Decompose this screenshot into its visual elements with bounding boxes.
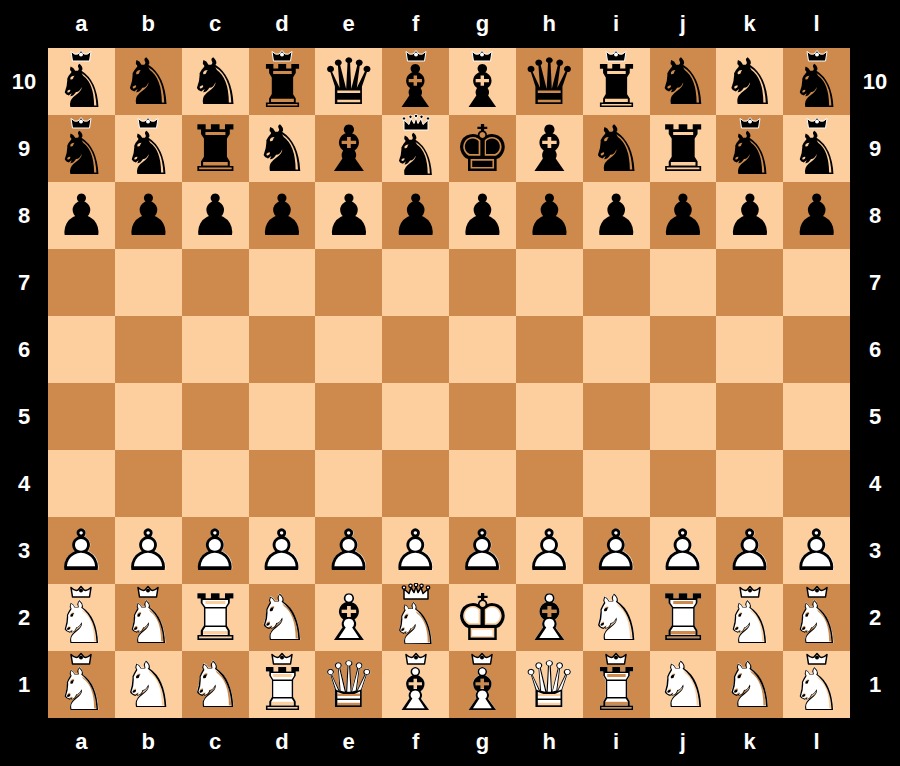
square-c9[interactable]: ♜ (182, 115, 249, 182)
square-f10[interactable]: ♝ (382, 48, 449, 115)
piece-glyph: ♛ (516, 48, 583, 115)
square-c7[interactable] (182, 249, 249, 316)
crown-icon (804, 585, 830, 598)
square-e9[interactable]: ♝ (315, 115, 382, 182)
white-pawn[interactable]: ♟♙ (449, 517, 516, 584)
square-f8[interactable]: ♟ (382, 182, 449, 249)
white-knight[interactable]: ♞♘ (583, 584, 650, 651)
file-labels-bottom: abcdefghijkl (48, 718, 850, 766)
square-c5[interactable] (182, 383, 249, 450)
rank-label-5: 5 (0, 383, 48, 450)
square-h8[interactable]: ♟ (516, 182, 583, 249)
white-knight[interactable]: ♞♘ (249, 584, 316, 651)
square-k5[interactable] (716, 383, 783, 450)
black-knight[interactable]: ♞ (182, 48, 249, 115)
square-e10[interactable]: ♛ (315, 48, 382, 115)
square-k10[interactable]: ♞ (716, 48, 783, 115)
square-k8[interactable]: ♟ (716, 182, 783, 249)
square-a2[interactable]: ♞♘ (48, 584, 115, 651)
piece-outline-glyph: ♖ (251, 659, 312, 721)
square-a3[interactable]: ♟♙ (48, 517, 115, 584)
white-pawn[interactable]: ♟♙ (115, 517, 182, 584)
piece-glyph: ♟ (382, 182, 449, 249)
square-f3[interactable]: ♟♙ (382, 517, 449, 584)
black-pawn[interactable]: ♟ (650, 182, 717, 249)
black-crowned-bishop[interactable]: ♝ (382, 48, 449, 115)
rank-label-5: 5 (850, 383, 900, 450)
square-j3[interactable]: ♟♙ (650, 517, 717, 584)
piece-outline-glyph: ♙ (315, 517, 382, 584)
piece-outline-glyph: ♙ (583, 517, 650, 584)
square-i5[interactable] (583, 383, 650, 450)
square-i7[interactable] (583, 249, 650, 316)
piece-outline-glyph: ♘ (51, 659, 112, 721)
black-knight[interactable]: ♞ (249, 115, 316, 182)
square-k9[interactable]: ♞ (716, 115, 783, 182)
file-label-k: k (716, 0, 783, 48)
piece-outline-glyph: ♔ (449, 584, 516, 651)
square-i10[interactable]: ♜ (583, 48, 650, 115)
square-b4[interactable] (115, 450, 182, 517)
white-knight[interactable]: ♞♘ (182, 651, 249, 718)
crown-icon (804, 116, 830, 129)
square-j8[interactable]: ♟ (650, 182, 717, 249)
white-crowned-knight[interactable]: ♞♘ (783, 651, 850, 718)
square-i3[interactable]: ♟♙ (583, 517, 650, 584)
black-pawn[interactable]: ♟ (382, 182, 449, 249)
piece-glyph: ♝ (452, 56, 513, 118)
file-label-a: a (48, 0, 115, 48)
square-g2[interactable]: ♚♔ (449, 584, 516, 651)
square-a4[interactable] (48, 450, 115, 517)
square-j2[interactable]: ♜♖ (650, 584, 717, 651)
white-pawn[interactable]: ♟♙ (382, 517, 449, 584)
square-k6[interactable] (716, 316, 783, 383)
square-e4[interactable] (315, 450, 382, 517)
crown-icon (403, 49, 429, 62)
white-knight[interactable]: ♞♘ (115, 651, 182, 718)
piece-outline-glyph: ♙ (115, 517, 182, 584)
piece-outline-glyph: ♖ (182, 584, 249, 651)
square-e6[interactable] (315, 316, 382, 383)
square-a10[interactable]: ♞ (48, 48, 115, 115)
piece-glyph: ♟ (583, 182, 650, 249)
rank-label-10: 10 (0, 48, 48, 115)
square-a8[interactable]: ♟ (48, 182, 115, 249)
square-g9[interactable]: ♚ (449, 115, 516, 182)
square-h2[interactable]: ♝♗ (516, 584, 583, 651)
piece-glyph: ♞ (719, 123, 780, 185)
square-l10[interactable]: ♞ (783, 48, 850, 115)
black-knight[interactable]: ♞ (115, 48, 182, 115)
rank-label-4: 4 (0, 450, 48, 517)
white-knight[interactable]: ♞♘ (650, 651, 717, 718)
square-i4[interactable] (583, 450, 650, 517)
piece-glyph: ♞ (182, 48, 249, 115)
square-j1[interactable]: ♞♘ (650, 651, 717, 718)
square-f4[interactable] (382, 450, 449, 517)
black-pawn[interactable]: ♟ (583, 182, 650, 249)
file-label-l: l (783, 0, 850, 48)
black-crowned-bishop[interactable]: ♝ (449, 48, 516, 115)
black-crowned-rook[interactable]: ♜ (583, 48, 650, 115)
square-k7[interactable] (716, 249, 783, 316)
white-crowned-knight[interactable]: ♞♘ (48, 651, 115, 718)
square-g3[interactable]: ♟♙ (449, 517, 516, 584)
square-d6[interactable] (249, 316, 316, 383)
piece-glyph: ♚ (449, 115, 516, 182)
square-j4[interactable] (650, 450, 717, 517)
file-label-d: d (249, 718, 316, 766)
square-d10[interactable]: ♜ (249, 48, 316, 115)
square-d4[interactable] (249, 450, 316, 517)
white-rook[interactable]: ♜♖ (650, 584, 717, 651)
square-d9[interactable]: ♞ (249, 115, 316, 182)
crown-icon (68, 116, 94, 129)
square-k3[interactable]: ♟♙ (716, 517, 783, 584)
square-l2[interactable]: ♞♘ (783, 584, 850, 651)
square-l8[interactable]: ♟ (783, 182, 850, 249)
square-e3[interactable]: ♟♙ (315, 517, 382, 584)
white-crowned-rook[interactable]: ♜♖ (583, 651, 650, 718)
piece-glyph: ♞ (583, 115, 650, 182)
square-i6[interactable] (583, 316, 650, 383)
black-queen[interactable]: ♛ (516, 48, 583, 115)
white-queen[interactable]: ♛♕ (516, 651, 583, 718)
piece-outline-glyph: ♙ (516, 517, 583, 584)
piece-outline-glyph: ♙ (650, 517, 717, 584)
square-b9[interactable]: ♞ (115, 115, 182, 182)
board: ♞♞♞♜♛♝♝♛♜♞♞♞♞♞♜♞♝♞♚♝♞♜♞♞♟♟♟♟♟♟♟♟♟♟♟♟♟♙♟♙… (48, 48, 850, 718)
piece-glyph: ♟ (716, 182, 783, 249)
square-l1[interactable]: ♞♘ (783, 651, 850, 718)
rank-label-1: 1 (0, 651, 48, 718)
piece-glyph: ♞ (385, 124, 445, 184)
file-label-e: e (315, 0, 382, 48)
square-g6[interactable] (449, 316, 516, 383)
black-pawn[interactable]: ♟ (315, 182, 382, 249)
piece-outline-glyph: ♘ (51, 592, 112, 654)
piece-glyph: ♞ (115, 48, 182, 115)
crown-icon (269, 652, 295, 665)
white-crowned-knight[interactable]: ♞♘ (783, 584, 850, 651)
square-k1[interactable]: ♞♘ (716, 651, 783, 718)
square-g8[interactable]: ♟ (449, 182, 516, 249)
square-e1[interactable]: ♛♕ (315, 651, 382, 718)
black-pawn[interactable]: ♟ (716, 182, 783, 249)
rank-labels-left: 10987654321 (0, 48, 48, 718)
white-pawn[interactable]: ♟♙ (182, 517, 249, 584)
white-pawn[interactable]: ♟♙ (315, 517, 382, 584)
square-j5[interactable] (650, 383, 717, 450)
rank-label-8: 8 (0, 182, 48, 249)
square-h4[interactable] (516, 450, 583, 517)
white-bishop[interactable]: ♝♗ (315, 584, 382, 651)
piece-outline-glyph: ♙ (783, 517, 850, 584)
black-pawn[interactable]: ♟ (115, 182, 182, 249)
piece-glyph: ♞ (51, 56, 112, 118)
square-l5[interactable] (783, 383, 850, 450)
rank-label-6: 6 (850, 316, 900, 383)
square-g4[interactable] (449, 450, 516, 517)
black-king[interactable]: ♚ (449, 115, 516, 182)
piece-outline-glyph: ♖ (585, 659, 646, 721)
rank-label-1: 1 (850, 651, 900, 718)
square-b3[interactable]: ♟♙ (115, 517, 182, 584)
black-rook[interactable]: ♜ (182, 115, 249, 182)
queen-crown-icon (399, 583, 433, 600)
black-crowned-knight[interactable]: ♞ (783, 48, 850, 115)
rank-label-9: 9 (0, 115, 48, 182)
piece-outline-glyph: ♘ (249, 584, 316, 651)
white-pawn[interactable]: ♟♙ (583, 517, 650, 584)
white-crowned-rook[interactable]: ♜♖ (249, 651, 316, 718)
piece-outline-glyph: ♘ (583, 584, 650, 651)
piece-glyph: ♟ (650, 182, 717, 249)
square-f9[interactable]: ♞ (382, 115, 449, 182)
file-label-g: g (449, 718, 516, 766)
file-label-e: e (315, 718, 382, 766)
white-amazon[interactable]: ♞♘ (382, 584, 449, 651)
square-c2[interactable]: ♜♖ (182, 584, 249, 651)
square-b8[interactable]: ♟ (115, 182, 182, 249)
black-bishop[interactable]: ♝ (315, 115, 382, 182)
square-h1[interactable]: ♛♕ (516, 651, 583, 718)
square-h6[interactable] (516, 316, 583, 383)
square-c8[interactable]: ♟ (182, 182, 249, 249)
square-j10[interactable]: ♞ (650, 48, 717, 115)
piece-glyph: ♞ (786, 123, 847, 185)
file-label-h: h (516, 0, 583, 48)
piece-glyph: ♜ (650, 115, 717, 182)
square-e7[interactable] (315, 249, 382, 316)
black-pawn[interactable]: ♟ (516, 182, 583, 249)
piece-outline-glyph: ♘ (786, 659, 847, 721)
crown-icon (68, 652, 94, 665)
piece-outline-glyph: ♘ (716, 651, 783, 718)
piece-outline-glyph: ♘ (115, 651, 182, 718)
crown-icon (804, 49, 830, 62)
piece-glyph: ♜ (182, 115, 249, 182)
piece-outline-glyph: ♕ (315, 651, 382, 718)
square-d1[interactable]: ♜♖ (249, 651, 316, 718)
black-queen[interactable]: ♛ (315, 48, 382, 115)
square-a1[interactable]: ♞♘ (48, 651, 115, 718)
piece-outline-glyph: ♕ (516, 651, 583, 718)
square-d5[interactable] (249, 383, 316, 450)
piece-outline-glyph: ♗ (516, 584, 583, 651)
square-f6[interactable] (382, 316, 449, 383)
black-pawn[interactable]: ♟ (48, 182, 115, 249)
rank-labels-right: 10987654321 (850, 48, 900, 718)
square-e8[interactable]: ♟ (315, 182, 382, 249)
square-j6[interactable] (650, 316, 717, 383)
piece-outline-glyph: ♙ (182, 517, 249, 584)
square-d3[interactable]: ♟♙ (249, 517, 316, 584)
square-g10[interactable]: ♝ (449, 48, 516, 115)
square-b5[interactable] (115, 383, 182, 450)
piece-outline-glyph: ♘ (650, 651, 717, 718)
file-label-c: c (182, 0, 249, 48)
square-b6[interactable] (115, 316, 182, 383)
square-i9[interactable]: ♞ (583, 115, 650, 182)
square-a5[interactable] (48, 383, 115, 450)
piece-outline-glyph: ♘ (118, 592, 179, 654)
black-crowned-knight[interactable]: ♞ (48, 115, 115, 182)
black-pawn[interactable]: ♟ (182, 182, 249, 249)
square-l3[interactable]: ♟♙ (783, 517, 850, 584)
square-c6[interactable] (182, 316, 249, 383)
crown-icon (135, 116, 161, 129)
square-f5[interactable] (382, 383, 449, 450)
square-b2[interactable]: ♞♘ (115, 584, 182, 651)
square-h5[interactable] (516, 383, 583, 450)
piece-glyph: ♟ (115, 182, 182, 249)
white-pawn[interactable]: ♟♙ (783, 517, 850, 584)
square-e5[interactable] (315, 383, 382, 450)
square-i2[interactable]: ♞♘ (583, 584, 650, 651)
white-crowned-knight[interactable]: ♞♘ (48, 584, 115, 651)
square-e2[interactable]: ♝♗ (315, 584, 382, 651)
square-b1[interactable]: ♞♘ (115, 651, 182, 718)
piece-glyph: ♜ (251, 56, 312, 118)
rank-label-2: 2 (850, 584, 900, 651)
piece-glyph: ♜ (585, 56, 646, 118)
square-a6[interactable] (48, 316, 115, 383)
white-pawn[interactable]: ♟♙ (650, 517, 717, 584)
black-bishop[interactable]: ♝ (516, 115, 583, 182)
square-a9[interactable]: ♞ (48, 115, 115, 182)
square-k2[interactable]: ♞♘ (716, 584, 783, 651)
black-pawn[interactable]: ♟ (783, 182, 850, 249)
rank-label-4: 4 (850, 450, 900, 517)
square-g7[interactable] (449, 249, 516, 316)
white-pawn[interactable]: ♟♙ (516, 517, 583, 584)
square-j9[interactable]: ♜ (650, 115, 717, 182)
square-j7[interactable] (650, 249, 717, 316)
square-f1[interactable]: ♝♗ (382, 651, 449, 718)
black-crowned-knight[interactable]: ♞ (783, 115, 850, 182)
black-amazon[interactable]: ♞ (382, 115, 449, 182)
piece-glyph: ♝ (516, 115, 583, 182)
square-l7[interactable] (783, 249, 850, 316)
square-l6[interactable] (783, 316, 850, 383)
black-crowned-knight[interactable]: ♞ (115, 115, 182, 182)
file-label-i: i (583, 0, 650, 48)
piece-glyph: ♞ (249, 115, 316, 182)
black-knight[interactable]: ♞ (716, 48, 783, 115)
white-knight[interactable]: ♞♘ (716, 651, 783, 718)
piece-glyph: ♟ (516, 182, 583, 249)
crown-icon (603, 652, 629, 665)
white-crowned-bishop[interactable]: ♝♗ (449, 651, 516, 718)
square-k4[interactable] (716, 450, 783, 517)
piece-glyph: ♟ (783, 182, 850, 249)
white-queen[interactable]: ♛♕ (315, 651, 382, 718)
white-bishop[interactable]: ♝♗ (516, 584, 583, 651)
white-crowned-knight[interactable]: ♞♘ (115, 584, 182, 651)
black-pawn[interactable]: ♟ (449, 182, 516, 249)
file-label-b: b (115, 0, 182, 48)
square-h7[interactable] (516, 249, 583, 316)
black-rook[interactable]: ♜ (650, 115, 717, 182)
piece-glyph: ♟ (48, 182, 115, 249)
crown-icon (269, 49, 295, 62)
white-king[interactable]: ♚♔ (449, 584, 516, 651)
square-i1[interactable]: ♜♖ (583, 651, 650, 718)
black-pawn[interactable]: ♟ (249, 182, 316, 249)
rank-label-8: 8 (850, 182, 900, 249)
rank-label-7: 7 (850, 249, 900, 316)
piece-outline-glyph: ♘ (786, 592, 847, 654)
piece-outline-glyph: ♙ (48, 517, 115, 584)
black-crowned-rook[interactable]: ♜ (249, 48, 316, 115)
piece-outline-glyph: ♙ (716, 517, 783, 584)
file-label-j: j (650, 718, 717, 766)
square-h9[interactable]: ♝ (516, 115, 583, 182)
square-c10[interactable]: ♞ (182, 48, 249, 115)
square-c3[interactable]: ♟♙ (182, 517, 249, 584)
crown-icon (68, 585, 94, 598)
white-crowned-knight[interactable]: ♞♘ (716, 584, 783, 651)
file-label-h: h (516, 718, 583, 766)
queen-crown-icon (399, 114, 433, 131)
white-crowned-bishop[interactable]: ♝♗ (382, 651, 449, 718)
piece-outline-glyph: ♗ (385, 659, 446, 721)
square-b10[interactable]: ♞ (115, 48, 182, 115)
square-h3[interactable]: ♟♙ (516, 517, 583, 584)
square-b7[interactable] (115, 249, 182, 316)
square-l9[interactable]: ♞ (783, 115, 850, 182)
piece-outline-glyph: ♙ (249, 517, 316, 584)
crown-icon (804, 652, 830, 665)
square-i8[interactable]: ♟ (583, 182, 650, 249)
file-label-f: f (382, 718, 449, 766)
square-l4[interactable] (783, 450, 850, 517)
square-c4[interactable] (182, 450, 249, 517)
black-knight[interactable]: ♞ (650, 48, 717, 115)
black-crowned-knight[interactable]: ♞ (716, 115, 783, 182)
black-crowned-knight[interactable]: ♞ (48, 48, 115, 115)
square-c1[interactable]: ♞♘ (182, 651, 249, 718)
square-f7[interactable] (382, 249, 449, 316)
white-pawn[interactable]: ♟♙ (249, 517, 316, 584)
piece-glyph: ♞ (650, 48, 717, 115)
square-d2[interactable]: ♞♘ (249, 584, 316, 651)
file-label-k: k (716, 718, 783, 766)
black-knight[interactable]: ♞ (583, 115, 650, 182)
rank-label-10: 10 (850, 48, 900, 115)
white-pawn[interactable]: ♟♙ (48, 517, 115, 584)
square-d7[interactable] (249, 249, 316, 316)
file-label-i: i (583, 718, 650, 766)
white-pawn[interactable]: ♟♙ (716, 517, 783, 584)
square-f2[interactable]: ♞♘ (382, 584, 449, 651)
white-rook[interactable]: ♜♖ (182, 584, 249, 651)
crown-icon (603, 49, 629, 62)
square-g5[interactable] (449, 383, 516, 450)
square-d8[interactable]: ♟ (249, 182, 316, 249)
piece-glyph: ♟ (315, 182, 382, 249)
square-g1[interactable]: ♝♗ (449, 651, 516, 718)
piece-outline-glyph: ♗ (452, 659, 513, 721)
piece-glyph: ♞ (786, 56, 847, 118)
crown-icon (135, 585, 161, 598)
square-a7[interactable] (48, 249, 115, 316)
square-h10[interactable]: ♛ (516, 48, 583, 115)
crown-icon (469, 49, 495, 62)
piece-glyph: ♝ (385, 56, 446, 118)
